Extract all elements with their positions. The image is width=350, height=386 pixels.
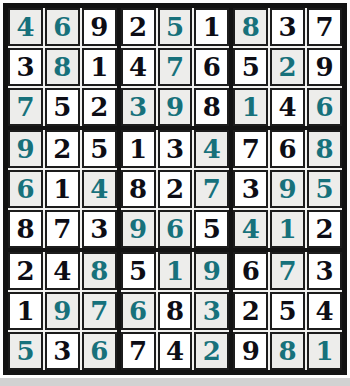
cell-r9c7[interactable]: 9 <box>233 332 268 370</box>
cell-r4c2[interactable]: 2 <box>45 130 80 168</box>
cell-r2c1[interactable]: 3 <box>8 48 43 86</box>
cell-r7c8[interactable]: 7 <box>270 252 305 290</box>
cell-r8c6[interactable]: 3 <box>194 292 229 330</box>
cell-r6c7[interactable]: 4 <box>233 210 268 248</box>
cell-r9c5[interactable]: 4 <box>158 332 193 370</box>
cell-r6c3[interactable]: 3 <box>82 210 117 248</box>
cell-r6c8[interactable]: 1 <box>270 210 305 248</box>
cell-r4c3[interactable]: 5 <box>82 130 117 168</box>
cell-r5c9[interactable]: 5 <box>307 170 342 208</box>
sudoku-box-1: 469381752 <box>8 8 117 126</box>
cell-r7c2[interactable]: 4 <box>45 252 80 290</box>
cell-r8c9[interactable]: 4 <box>307 292 342 330</box>
cell-r1c5[interactable]: 5 <box>158 8 193 46</box>
cell-r5c6[interactable]: 7 <box>194 170 229 208</box>
cell-r8c7[interactable]: 2 <box>233 292 268 330</box>
cell-r1c4[interactable]: 2 <box>121 8 156 46</box>
cell-r1c9[interactable]: 7 <box>307 8 342 46</box>
cell-r6c4[interactable]: 9 <box>121 210 156 248</box>
sudoku-board: 4693817522514763988375291469256148731348… <box>3 3 347 375</box>
cell-r1c7[interactable]: 8 <box>233 8 268 46</box>
cell-r2c5[interactable]: 7 <box>158 48 193 86</box>
cell-r6c6[interactable]: 5 <box>194 210 229 248</box>
cell-r5c1[interactable]: 6 <box>8 170 43 208</box>
cell-r5c5[interactable]: 2 <box>158 170 193 208</box>
sudoku-box-7: 248197536 <box>8 252 117 370</box>
cell-r8c2[interactable]: 9 <box>45 292 80 330</box>
cell-r5c2[interactable]: 1 <box>45 170 80 208</box>
cell-r4c8[interactable]: 6 <box>270 130 305 168</box>
cell-r2c9[interactable]: 9 <box>307 48 342 86</box>
sudoku-box-8: 519683742 <box>121 252 230 370</box>
cell-r2c7[interactable]: 5 <box>233 48 268 86</box>
cell-r3c2[interactable]: 5 <box>45 88 80 126</box>
cell-r2c3[interactable]: 1 <box>82 48 117 86</box>
cell-r2c8[interactable]: 2 <box>270 48 305 86</box>
board-margin: 4693817522514763988375291469256148731348… <box>0 0 350 378</box>
cell-r3c8[interactable]: 4 <box>270 88 305 126</box>
sudoku-box-9: 673254981 <box>233 252 342 370</box>
cell-r1c6[interactable]: 1 <box>194 8 229 46</box>
cell-r5c3[interactable]: 4 <box>82 170 117 208</box>
cell-r5c8[interactable]: 9 <box>270 170 305 208</box>
cell-r7c9[interactable]: 3 <box>307 252 342 290</box>
cell-r3c4[interactable]: 3 <box>121 88 156 126</box>
cell-r3c5[interactable]: 9 <box>158 88 193 126</box>
cell-r9c9[interactable]: 1 <box>307 332 342 370</box>
cell-r1c1[interactable]: 4 <box>8 8 43 46</box>
cell-r5c7[interactable]: 3 <box>233 170 268 208</box>
cell-r7c7[interactable]: 6 <box>233 252 268 290</box>
sudoku-box-4: 925614873 <box>8 130 117 248</box>
cell-r4c6[interactable]: 4 <box>194 130 229 168</box>
cell-r8c4[interactable]: 6 <box>121 292 156 330</box>
cell-r5c4[interactable]: 8 <box>121 170 156 208</box>
cell-r7c3[interactable]: 8 <box>82 252 117 290</box>
cell-r7c1[interactable]: 2 <box>8 252 43 290</box>
cell-r4c9[interactable]: 8 <box>307 130 342 168</box>
cell-r4c5[interactable]: 3 <box>158 130 193 168</box>
cell-r8c1[interactable]: 1 <box>8 292 43 330</box>
sudoku-box-3: 837529146 <box>233 8 342 126</box>
cell-r9c3[interactable]: 6 <box>82 332 117 370</box>
cell-r1c2[interactable]: 6 <box>45 8 80 46</box>
cell-r1c8[interactable]: 3 <box>270 8 305 46</box>
cell-r4c7[interactable]: 7 <box>233 130 268 168</box>
sudoku-box-2: 251476398 <box>121 8 230 126</box>
cell-r6c9[interactable]: 2 <box>307 210 342 248</box>
cell-r3c9[interactable]: 6 <box>307 88 342 126</box>
cell-r9c2[interactable]: 3 <box>45 332 80 370</box>
cell-r9c4[interactable]: 7 <box>121 332 156 370</box>
cell-r2c4[interactable]: 4 <box>121 48 156 86</box>
cell-r8c8[interactable]: 5 <box>270 292 305 330</box>
cell-r7c6[interactable]: 9 <box>194 252 229 290</box>
cell-r7c4[interactable]: 5 <box>121 252 156 290</box>
cell-r4c1[interactable]: 9 <box>8 130 43 168</box>
cell-r7c5[interactable]: 1 <box>158 252 193 290</box>
sudoku-box-5: 134827965 <box>121 130 230 248</box>
cell-r4c4[interactable]: 1 <box>121 130 156 168</box>
cell-r6c1[interactable]: 8 <box>8 210 43 248</box>
cell-r3c3[interactable]: 2 <box>82 88 117 126</box>
cell-r3c1[interactable]: 7 <box>8 88 43 126</box>
cell-r2c6[interactable]: 6 <box>194 48 229 86</box>
cell-r2c2[interactable]: 8 <box>45 48 80 86</box>
cell-r9c6[interactable]: 2 <box>194 332 229 370</box>
cell-r3c7[interactable]: 1 <box>233 88 268 126</box>
cell-r8c3[interactable]: 7 <box>82 292 117 330</box>
cell-r1c3[interactable]: 9 <box>82 8 117 46</box>
cell-r8c5[interactable]: 8 <box>158 292 193 330</box>
cell-r9c1[interactable]: 5 <box>8 332 43 370</box>
cell-r6c2[interactable]: 7 <box>45 210 80 248</box>
sudoku-box-6: 768395412 <box>233 130 342 248</box>
cell-r3c6[interactable]: 8 <box>194 88 229 126</box>
cell-r6c5[interactable]: 6 <box>158 210 193 248</box>
cell-r9c8[interactable]: 8 <box>270 332 305 370</box>
